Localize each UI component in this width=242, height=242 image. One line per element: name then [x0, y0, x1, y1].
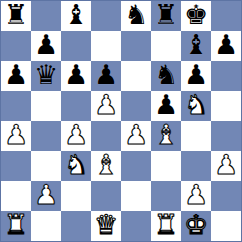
piece-black-pawn[interactable]: ♟ [64, 61, 88, 90]
piece-white-queen[interactable]: ♛ [94, 211, 118, 240]
square-b8[interactable] [31, 1, 61, 31]
square-a8[interactable]: ♜ [1, 1, 31, 31]
piece-white-bishop[interactable]: ♝ [154, 121, 178, 150]
square-f4[interactable]: ♝ [151, 121, 181, 151]
piece-black-knight[interactable]: ♞ [154, 61, 178, 90]
square-h8[interactable] [211, 1, 241, 31]
square-e4[interactable]: ♟ [121, 121, 151, 151]
square-d1[interactable]: ♛ [91, 211, 121, 241]
square-g1[interactable]: ♚ [181, 211, 211, 241]
chess-board: ♜♝♞♜♚♟♝♟♟♛♟♟♞♟♟♟♞♟♟♟♝♞♝♟♟♟♜♛♜♚ [0, 0, 242, 242]
piece-white-knight[interactable]: ♞ [184, 91, 208, 120]
piece-black-pawn[interactable]: ♟ [154, 91, 178, 120]
square-c4[interactable]: ♟ [61, 121, 91, 151]
square-e8[interactable]: ♞ [121, 1, 151, 31]
square-a1[interactable]: ♜ [1, 211, 31, 241]
square-f5[interactable]: ♟ [151, 91, 181, 121]
square-g3[interactable] [181, 151, 211, 181]
square-b2[interactable]: ♟ [31, 181, 61, 211]
piece-white-pawn[interactable]: ♟ [64, 121, 88, 150]
square-f2[interactable] [151, 181, 181, 211]
square-d8[interactable] [91, 1, 121, 31]
piece-black-king[interactable]: ♚ [184, 1, 208, 30]
square-c2[interactable] [61, 181, 91, 211]
piece-black-knight[interactable]: ♞ [124, 1, 148, 30]
square-a6[interactable]: ♟ [1, 61, 31, 91]
piece-black-bishop[interactable]: ♝ [64, 1, 88, 30]
chess-board-wrapper: ♜♝♞♜♚♟♝♟♟♛♟♟♞♟♟♟♞♟♟♟♝♞♝♟♟♟♜♛♜♚ [0, 0, 242, 242]
piece-black-queen[interactable]: ♛ [34, 61, 58, 90]
square-d5[interactable]: ♟ [91, 91, 121, 121]
piece-white-rook[interactable]: ♜ [154, 211, 178, 240]
square-b7[interactable]: ♟ [31, 31, 61, 61]
square-e2[interactable] [121, 181, 151, 211]
square-e5[interactable] [121, 91, 151, 121]
piece-white-pawn[interactable]: ♟ [124, 121, 148, 150]
square-g6[interactable]: ♟ [181, 61, 211, 91]
square-a5[interactable] [1, 91, 31, 121]
square-b5[interactable] [31, 91, 61, 121]
square-h7[interactable]: ♟ [211, 31, 241, 61]
piece-white-pawn[interactable]: ♟ [214, 151, 238, 180]
square-a7[interactable] [1, 31, 31, 61]
square-f1[interactable]: ♜ [151, 211, 181, 241]
square-d6[interactable]: ♟ [91, 61, 121, 91]
square-a2[interactable] [1, 181, 31, 211]
square-f7[interactable] [151, 31, 181, 61]
square-d4[interactable] [91, 121, 121, 151]
square-e1[interactable] [121, 211, 151, 241]
piece-white-pawn[interactable]: ♟ [184, 181, 208, 210]
square-c7[interactable] [61, 31, 91, 61]
piece-black-rook[interactable]: ♜ [154, 1, 178, 30]
piece-black-pawn[interactable]: ♟ [94, 61, 118, 90]
square-c5[interactable] [61, 91, 91, 121]
square-e7[interactable] [121, 31, 151, 61]
square-a3[interactable] [1, 151, 31, 181]
square-d2[interactable] [91, 181, 121, 211]
piece-white-bishop[interactable]: ♝ [94, 151, 118, 180]
piece-black-bishop[interactable]: ♝ [184, 31, 208, 60]
square-h6[interactable] [211, 61, 241, 91]
piece-white-knight[interactable]: ♞ [64, 151, 88, 180]
square-b6[interactable]: ♛ [31, 61, 61, 91]
square-c1[interactable] [61, 211, 91, 241]
piece-white-pawn[interactable]: ♟ [4, 121, 28, 150]
square-h4[interactable] [211, 121, 241, 151]
piece-black-rook[interactable]: ♜ [4, 1, 28, 30]
square-b1[interactable] [31, 211, 61, 241]
square-g7[interactable]: ♝ [181, 31, 211, 61]
piece-white-king[interactable]: ♚ [184, 211, 208, 240]
square-b3[interactable] [31, 151, 61, 181]
square-h3[interactable]: ♟ [211, 151, 241, 181]
square-d3[interactable]: ♝ [91, 151, 121, 181]
piece-white-pawn[interactable]: ♟ [34, 181, 58, 210]
square-e6[interactable] [121, 61, 151, 91]
square-g2[interactable]: ♟ [181, 181, 211, 211]
square-c3[interactable]: ♞ [61, 151, 91, 181]
square-h1[interactable] [211, 211, 241, 241]
square-d7[interactable] [91, 31, 121, 61]
square-f8[interactable]: ♜ [151, 1, 181, 31]
square-c8[interactable]: ♝ [61, 1, 91, 31]
square-a4[interactable]: ♟ [1, 121, 31, 151]
piece-black-pawn[interactable]: ♟ [184, 61, 208, 90]
square-h2[interactable] [211, 181, 241, 211]
square-g4[interactable] [181, 121, 211, 151]
square-h5[interactable] [211, 91, 241, 121]
square-c6[interactable]: ♟ [61, 61, 91, 91]
square-g8[interactable]: ♚ [181, 1, 211, 31]
square-g5[interactable]: ♞ [181, 91, 211, 121]
piece-black-pawn[interactable]: ♟ [34, 31, 58, 60]
piece-black-pawn[interactable]: ♟ [214, 31, 238, 60]
square-b4[interactable] [31, 121, 61, 151]
square-e3[interactable] [121, 151, 151, 181]
piece-white-pawn[interactable]: ♟ [94, 91, 118, 120]
square-f6[interactable]: ♞ [151, 61, 181, 91]
square-f3[interactable] [151, 151, 181, 181]
piece-white-rook[interactable]: ♜ [4, 211, 28, 240]
piece-black-pawn[interactable]: ♟ [4, 61, 28, 90]
